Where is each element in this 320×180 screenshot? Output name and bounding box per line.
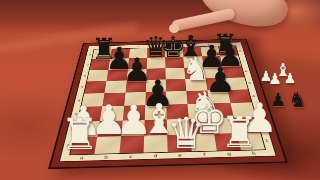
- board-squares: [69, 45, 266, 155]
- square-c6: [126, 68, 146, 80]
- square-d1: [143, 135, 167, 153]
- square-c7: [128, 58, 147, 69]
- square-e8: [165, 47, 184, 57]
- coordinate-label-e: e: [165, 44, 183, 47]
- square-d8: [147, 48, 165, 58]
- square-e6: [165, 67, 185, 79]
- square-d4: [145, 92, 166, 106]
- coordinate-label-b: b: [112, 45, 130, 48]
- square-g7: [202, 56, 223, 67]
- square-b4: [102, 93, 125, 107]
- square-b8: [110, 49, 129, 59]
- coordinate-label-c: c: [130, 45, 148, 48]
- square-e1: [167, 134, 192, 152]
- square-b1: [95, 136, 121, 154]
- square-a6: [87, 69, 109, 81]
- coordinate-label-f: f: [192, 151, 217, 158]
- square-b2: [97, 120, 122, 136]
- square-f4: [187, 90, 210, 104]
- square-a3: [78, 106, 103, 121]
- square-e5: [166, 79, 187, 92]
- square-d3: [145, 105, 167, 120]
- coordinate-label-c: c: [118, 153, 143, 160]
- coordinate-label-a: a: [94, 46, 112, 49]
- coordinate-label-b: b: [94, 153, 119, 160]
- square-g6: [203, 66, 224, 78]
- coordinate-label-d: d: [147, 44, 165, 47]
- square-a5: [84, 81, 106, 94]
- square-c2: [121, 120, 145, 136]
- video-frame: abcdefgh abcdefgh 87654321 87654321 ♜♝♚♛…: [0, 0, 320, 180]
- square-e2: [167, 119, 191, 135]
- square-e7: [165, 57, 184, 68]
- coordinate-label-d: d: [143, 152, 168, 159]
- square-f1: [190, 134, 216, 152]
- square-f6: [184, 67, 205, 79]
- square-c3: [122, 105, 145, 120]
- square-f2: [189, 118, 214, 134]
- board-frame: abcdefgh abcdefgh 87654321 87654321: [50, 39, 285, 167]
- coordinate-label-g: g: [216, 150, 242, 157]
- square-b5: [105, 80, 127, 93]
- square-a1: [70, 137, 97, 155]
- fingertip: [169, 24, 179, 33]
- square-c8: [129, 48, 148, 58]
- square-f7: [183, 57, 203, 68]
- square-b6: [107, 69, 128, 81]
- square-d7: [146, 57, 165, 68]
- square-e4: [166, 91, 188, 105]
- hand-shadow: [185, 32, 263, 48]
- square-f3: [188, 104, 212, 119]
- square-g5: [205, 78, 227, 91]
- square-a7: [90, 59, 111, 70]
- square-d5: [146, 79, 166, 92]
- coordinate-label-e: e: [168, 151, 193, 158]
- square-b3: [100, 106, 124, 121]
- square-b7: [109, 58, 129, 69]
- square-c4: [124, 92, 146, 106]
- square-c1: [119, 135, 144, 153]
- square-a2: [74, 121, 100, 137]
- coordinate-label-a: a: [69, 154, 95, 161]
- square-f8: [183, 47, 202, 57]
- coordinate-label-h: h: [241, 149, 267, 156]
- chess-board: abcdefgh abcdefgh 87654321 87654321: [48, 39, 288, 170]
- square-c5: [125, 80, 146, 93]
- square-a4: [81, 93, 105, 107]
- square-f5: [185, 78, 207, 91]
- square-a8: [92, 49, 112, 59]
- board-coordinate-band: abcdefgh abcdefgh 87654321 87654321: [59, 42, 277, 162]
- square-g3: [209, 103, 233, 118]
- square-e3: [166, 104, 189, 119]
- square-d2: [144, 119, 167, 135]
- square-g4: [207, 90, 230, 104]
- square-d6: [146, 68, 166, 80]
